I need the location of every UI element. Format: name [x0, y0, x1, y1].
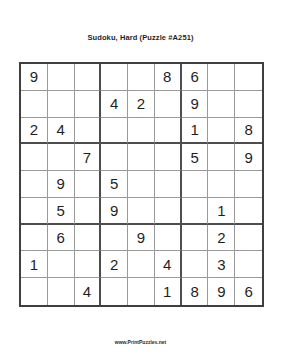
cell-r9c9[interactable]: 6: [235, 278, 262, 305]
page: Sudoku, Hard (Puzzle #A251) 986429241875…: [0, 0, 281, 363]
cell-r6c7[interactable]: [182, 198, 209, 225]
cell-r4c3[interactable]: 7: [75, 144, 102, 171]
cell-r8c8[interactable]: 3: [208, 251, 235, 278]
cell-r9c7[interactable]: 8: [182, 278, 209, 305]
cell-r8c7[interactable]: [182, 251, 209, 278]
cell-r4c7[interactable]: 5: [182, 144, 209, 171]
cell-r5c6[interactable]: [155, 171, 182, 198]
cell-r2c5[interactable]: 2: [128, 91, 155, 118]
cell-r6c6[interactable]: [155, 198, 182, 225]
cell-r5c5[interactable]: [128, 171, 155, 198]
cell-r6c1[interactable]: [21, 198, 48, 225]
cell-r7c3[interactable]: [75, 225, 102, 252]
cell-r1c3[interactable]: [75, 64, 102, 91]
cell-r1c6[interactable]: 8: [155, 64, 182, 91]
cell-r8c1[interactable]: 1: [21, 251, 48, 278]
cell-r4c5[interactable]: [128, 144, 155, 171]
cell-r5c4[interactable]: 5: [101, 171, 128, 198]
cell-r4c9[interactable]: 9: [235, 144, 262, 171]
cell-r2c7[interactable]: 9: [182, 91, 209, 118]
cell-r9c3[interactable]: 4: [75, 278, 102, 305]
cell-r7c1[interactable]: [21, 225, 48, 252]
cell-r1c5[interactable]: [128, 64, 155, 91]
cell-r4c1[interactable]: [21, 144, 48, 171]
cell-r2c3[interactable]: [75, 91, 102, 118]
cell-r7c9[interactable]: [235, 225, 262, 252]
cell-r5c7[interactable]: [182, 171, 209, 198]
cell-r9c4[interactable]: [101, 278, 128, 305]
cell-r3c5[interactable]: [128, 118, 155, 145]
cell-r3c3[interactable]: [75, 118, 102, 145]
sudoku-board: 986429241875995591692124341896: [19, 62, 264, 307]
cell-r1c8[interactable]: [208, 64, 235, 91]
cell-r5c2[interactable]: 9: [48, 171, 75, 198]
cell-r6c8[interactable]: 1: [208, 198, 235, 225]
cell-r7c7[interactable]: [182, 225, 209, 252]
cell-r8c5[interactable]: [128, 251, 155, 278]
cell-r4c2[interactable]: [48, 144, 75, 171]
cell-r7c4[interactable]: [101, 225, 128, 252]
cell-r8c9[interactable]: [235, 251, 262, 278]
cell-r1c2[interactable]: [48, 64, 75, 91]
cell-r1c7[interactable]: 6: [182, 64, 209, 91]
cell-r1c9[interactable]: [235, 64, 262, 91]
cell-r5c9[interactable]: [235, 171, 262, 198]
cell-r3c7[interactable]: 1: [182, 118, 209, 145]
cell-r2c2[interactable]: [48, 91, 75, 118]
cell-r8c6[interactable]: 4: [155, 251, 182, 278]
cell-r9c1[interactable]: [21, 278, 48, 305]
cell-r3c9[interactable]: 8: [235, 118, 262, 145]
cell-r9c8[interactable]: 9: [208, 278, 235, 305]
cell-r7c6[interactable]: [155, 225, 182, 252]
cell-r5c3[interactable]: [75, 171, 102, 198]
cell-r2c1[interactable]: [21, 91, 48, 118]
cell-r8c2[interactable]: [48, 251, 75, 278]
cell-r9c6[interactable]: 1: [155, 278, 182, 305]
cell-r5c8[interactable]: [208, 171, 235, 198]
cell-r4c6[interactable]: [155, 144, 182, 171]
cell-r8c3[interactable]: [75, 251, 102, 278]
cell-r4c8[interactable]: [208, 144, 235, 171]
cell-r9c5[interactable]: [128, 278, 155, 305]
cell-r1c4[interactable]: [101, 64, 128, 91]
cell-r5c1[interactable]: [21, 171, 48, 198]
cell-r6c4[interactable]: 9: [101, 198, 128, 225]
cell-r7c5[interactable]: 9: [128, 225, 155, 252]
cell-r1c1[interactable]: 9: [21, 64, 48, 91]
cell-r6c2[interactable]: 5: [48, 198, 75, 225]
cell-r3c8[interactable]: [208, 118, 235, 145]
cell-r6c9[interactable]: [235, 198, 262, 225]
cell-r2c8[interactable]: [208, 91, 235, 118]
cell-r6c3[interactable]: [75, 198, 102, 225]
cell-r3c1[interactable]: 2: [21, 118, 48, 145]
cell-r4c4[interactable]: [101, 144, 128, 171]
cell-r9c2[interactable]: [48, 278, 75, 305]
cell-r2c6[interactable]: [155, 91, 182, 118]
cell-r7c2[interactable]: 6: [48, 225, 75, 252]
cell-r6c5[interactable]: [128, 198, 155, 225]
cell-r3c2[interactable]: 4: [48, 118, 75, 145]
cell-r3c6[interactable]: [155, 118, 182, 145]
cell-r7c8[interactable]: 2: [208, 225, 235, 252]
cell-r2c4[interactable]: 4: [101, 91, 128, 118]
cell-r3c4[interactable]: [101, 118, 128, 145]
cell-r2c9[interactable]: [235, 91, 262, 118]
puzzle-title: Sudoku, Hard (Puzzle #A251): [0, 33, 281, 42]
footer-url: www.PrintPuzzles.net: [0, 339, 281, 345]
cell-r8c4[interactable]: 2: [101, 251, 128, 278]
